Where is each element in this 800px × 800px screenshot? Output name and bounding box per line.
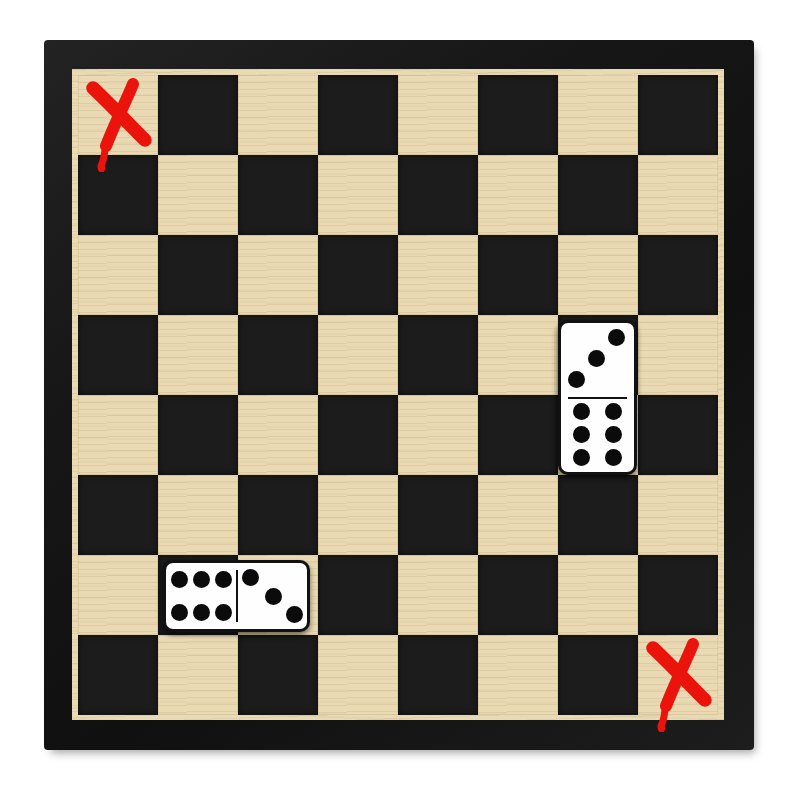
domino-6-3-horizontal[interactable]	[163, 560, 310, 632]
domino-3-6-vertical[interactable]	[558, 320, 637, 475]
pip	[215, 571, 232, 588]
pip	[171, 571, 188, 588]
pip	[608, 329, 625, 346]
pip	[568, 371, 585, 388]
pip	[193, 604, 210, 621]
domino-divider	[236, 570, 238, 622]
pip	[605, 449, 622, 466]
pip	[588, 350, 605, 367]
pip	[605, 403, 622, 420]
domino-divider	[568, 397, 627, 399]
pip	[573, 426, 590, 443]
pip	[605, 426, 622, 443]
pip	[265, 588, 282, 605]
red-x-icon	[644, 638, 714, 732]
scene	[0, 0, 800, 800]
pieces-layer	[0, 0, 800, 800]
pip	[242, 569, 259, 586]
domino-face	[561, 323, 634, 472]
red-x-mark-h1	[644, 638, 714, 732]
pip	[573, 403, 590, 420]
domino-face	[166, 563, 307, 629]
pip	[193, 571, 210, 588]
pip	[171, 604, 188, 621]
pip	[215, 604, 232, 621]
pip	[573, 449, 590, 466]
pip	[286, 606, 303, 623]
red-x-icon	[84, 78, 154, 172]
red-x-mark-a8	[84, 78, 154, 172]
